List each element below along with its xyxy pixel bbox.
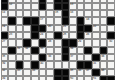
white-cell[interactable] (8, 54, 16, 61)
white-cell[interactable] (100, 17, 108, 24)
crossword-screenshot: 1234567891011121314151617181920212223242… (0, 0, 115, 80)
white-cell[interactable] (23, 69, 31, 76)
clue-number: 16 (70, 11, 73, 14)
white-cell[interactable] (100, 61, 108, 68)
white-cell[interactable] (69, 17, 77, 24)
black-cell (1, 32, 9, 39)
white-cell[interactable]: 47 (84, 69, 92, 76)
white-cell[interactable] (77, 47, 85, 54)
clue-number: 23 (9, 33, 12, 36)
white-cell[interactable] (100, 10, 108, 17)
white-cell[interactable]: 31 (16, 47, 24, 54)
white-cell[interactable]: 19 (1, 25, 9, 32)
black-cell (84, 47, 92, 54)
white-cell[interactable] (92, 10, 100, 17)
white-cell[interactable]: 44 (31, 69, 39, 76)
white-cell[interactable] (84, 10, 92, 17)
clue-number: 32 (25, 47, 28, 50)
white-cell[interactable] (54, 54, 62, 61)
black-cell (62, 10, 70, 17)
white-cell[interactable]: 33 (39, 47, 47, 54)
clue-number: 25 (63, 33, 66, 36)
clue-number: 24 (40, 33, 43, 36)
white-cell[interactable] (100, 32, 108, 39)
black-cell (8, 47, 16, 54)
black-cell (31, 32, 39, 39)
white-cell[interactable] (92, 32, 100, 39)
black-cell (84, 25, 92, 32)
white-cell[interactable] (39, 10, 47, 17)
white-cell[interactable] (107, 54, 115, 61)
white-cell[interactable] (46, 3, 54, 10)
clue-number: 22 (93, 25, 96, 28)
white-cell[interactable] (23, 61, 31, 68)
white-cell[interactable] (107, 69, 115, 76)
clue-number: 33 (40, 47, 43, 50)
white-cell[interactable] (31, 10, 39, 17)
white-cell[interactable]: 22 (92, 25, 100, 32)
white-cell[interactable] (46, 69, 54, 76)
white-cell[interactable]: 17 (39, 17, 47, 24)
white-cell[interactable] (100, 3, 108, 10)
clue-number: 21 (63, 25, 66, 28)
clue-number: 15 (55, 11, 58, 14)
white-cell[interactable] (84, 76, 92, 80)
black-cell (107, 32, 115, 39)
white-cell[interactable] (39, 76, 47, 80)
white-cell[interactable]: 41 (92, 61, 100, 68)
white-cell[interactable] (23, 3, 31, 10)
white-cell[interactable]: 29 (77, 39, 85, 46)
white-cell[interactable] (107, 10, 115, 17)
white-cell[interactable] (31, 54, 39, 61)
white-cell[interactable]: 50 (69, 76, 77, 80)
white-cell[interactable]: 26 (84, 32, 92, 39)
black-cell (39, 54, 47, 61)
clue-number: 48 (101, 69, 104, 72)
clue-number: 43 (17, 69, 20, 72)
clue-number: 35 (2, 55, 5, 58)
white-cell[interactable] (39, 69, 47, 76)
clue-number: 39 (2, 62, 5, 65)
white-cell[interactable]: 49 (1, 76, 9, 80)
white-cell[interactable] (69, 61, 77, 68)
black-cell (100, 47, 108, 54)
white-cell[interactable]: 38 (100, 54, 108, 61)
white-cell[interactable]: 34 (69, 47, 77, 54)
white-cell[interactable]: 51 (92, 76, 100, 80)
clue-number: 27 (2, 40, 5, 43)
white-cell[interactable] (23, 10, 31, 17)
white-cell[interactable] (54, 25, 62, 32)
clue-number: 28 (48, 40, 51, 43)
white-cell[interactable] (16, 54, 24, 61)
clue-number: 45 (70, 69, 73, 72)
clue-number: 37 (70, 55, 73, 58)
clue-number: 49 (2, 77, 5, 80)
white-cell[interactable] (23, 25, 31, 32)
white-cell[interactable]: 14 (1, 10, 9, 17)
white-cell[interactable]: 45 (69, 69, 77, 76)
white-cell[interactable]: 32 (23, 47, 31, 54)
clue-number: 41 (93, 62, 96, 65)
clue-number: 36 (48, 55, 51, 58)
white-cell[interactable] (92, 3, 100, 10)
clue-number: 44 (32, 69, 35, 72)
black-cell (77, 17, 85, 24)
black-cell (62, 3, 70, 10)
white-cell[interactable] (77, 54, 85, 61)
white-cell[interactable] (16, 3, 24, 10)
black-cell (62, 69, 70, 76)
white-cell[interactable]: 42 (1, 69, 9, 76)
black-cell (39, 3, 47, 10)
black-cell (92, 54, 100, 61)
white-cell[interactable]: 43 (16, 69, 24, 76)
white-cell[interactable]: 37 (69, 54, 77, 61)
clue-number: 20 (48, 25, 51, 28)
white-cell[interactable] (100, 25, 108, 32)
crossword-board: 1234567891011121314151617181920212223242… (1, 0, 115, 80)
white-cell[interactable] (77, 10, 85, 17)
white-cell[interactable] (31, 39, 39, 46)
white-cell[interactable] (46, 10, 54, 17)
white-cell[interactable] (8, 61, 16, 68)
black-cell (62, 76, 70, 80)
white-cell[interactable] (84, 3, 92, 10)
black-cell (23, 17, 31, 24)
white-cell[interactable] (84, 54, 92, 61)
black-cell (77, 61, 85, 68)
white-cell[interactable]: 28 (46, 39, 54, 46)
white-cell[interactable] (100, 39, 108, 46)
clue-number: 51 (93, 77, 96, 80)
clue-number: 46 (78, 69, 81, 72)
white-cell[interactable] (16, 32, 24, 39)
white-cell[interactable]: 13 (69, 3, 77, 10)
black-cell (31, 25, 39, 32)
clue-number: 29 (78, 40, 81, 43)
clue-number: 26 (86, 33, 89, 36)
black-cell (31, 47, 39, 54)
white-cell[interactable]: 39 (1, 61, 9, 68)
white-cell[interactable] (8, 76, 16, 80)
white-cell[interactable]: 16 (69, 10, 77, 17)
black-cell (54, 32, 62, 39)
black-cell (92, 69, 100, 76)
white-cell[interactable] (107, 47, 115, 54)
white-cell[interactable] (54, 61, 62, 68)
white-cell[interactable]: 12 (8, 3, 16, 10)
clue-number: 42 (2, 69, 5, 72)
white-cell[interactable] (62, 61, 70, 68)
white-cell[interactable]: 25 (62, 32, 70, 39)
clue-number: 47 (86, 69, 89, 72)
white-cell[interactable] (92, 39, 100, 46)
black-cell (62, 47, 70, 54)
white-cell[interactable]: 40 (39, 61, 47, 68)
clue-number: 19 (2, 25, 5, 28)
black-cell (107, 17, 115, 24)
black-cell (39, 25, 47, 32)
white-cell[interactable] (1, 47, 9, 54)
clue-number: 50 (70, 77, 73, 80)
white-cell[interactable] (107, 3, 115, 10)
clue-number: 17 (40, 18, 43, 21)
white-cell[interactable] (107, 61, 115, 68)
white-cell[interactable] (8, 69, 16, 76)
black-cell (62, 54, 70, 61)
clue-number: 18 (86, 18, 89, 21)
white-cell[interactable] (16, 76, 24, 80)
white-cell[interactable] (69, 25, 77, 32)
black-cell (16, 61, 24, 68)
white-cell[interactable] (23, 76, 31, 80)
white-cell[interactable] (46, 32, 54, 39)
white-cell[interactable] (77, 3, 85, 10)
white-cell[interactable] (92, 47, 100, 54)
white-cell[interactable]: 48 (100, 69, 108, 76)
black-cell (31, 61, 39, 68)
black-cell (54, 3, 62, 10)
white-cell[interactable] (77, 76, 85, 80)
black-cell (107, 76, 115, 80)
white-cell[interactable] (46, 47, 54, 54)
black-cell (62, 39, 70, 46)
white-cell[interactable] (84, 39, 92, 46)
black-cell (54, 76, 62, 80)
white-cell[interactable]: 46 (77, 69, 85, 76)
black-cell (100, 76, 108, 80)
black-cell (8, 17, 16, 24)
black-cell (54, 69, 62, 76)
white-cell[interactable] (46, 76, 54, 80)
clue-number: 31 (17, 47, 20, 50)
white-cell[interactable] (31, 3, 39, 10)
black-cell (84, 61, 92, 68)
white-cell[interactable]: 18 (84, 17, 92, 24)
white-cell[interactable]: 36 (46, 54, 54, 61)
white-cell[interactable] (69, 32, 77, 39)
clue-number: 38 (101, 55, 104, 58)
white-cell[interactable]: 15 (54, 10, 62, 17)
white-cell[interactable]: 20 (46, 25, 54, 32)
white-cell[interactable] (54, 39, 62, 46)
clue-number: 12 (9, 3, 12, 6)
white-cell[interactable]: 35 (1, 54, 9, 61)
clue-number: 40 (40, 62, 43, 65)
white-cell[interactable] (54, 17, 62, 24)
white-cell[interactable] (8, 39, 16, 46)
white-cell[interactable]: 30 (107, 39, 115, 46)
clue-number: 34 (70, 47, 73, 50)
clue-number: 14 (2, 11, 5, 14)
white-cell[interactable] (23, 54, 31, 61)
white-cell[interactable]: 23 (8, 32, 16, 39)
white-cell[interactable]: 27 (1, 39, 9, 46)
white-cell[interactable] (46, 61, 54, 68)
black-cell (77, 32, 85, 39)
white-cell[interactable] (8, 10, 16, 17)
black-cell (1, 3, 9, 10)
white-cell[interactable]: 21 (62, 25, 70, 32)
black-cell (77, 25, 85, 32)
white-cell[interactable] (31, 76, 39, 80)
clue-number: 13 (70, 3, 73, 6)
black-cell (31, 17, 39, 24)
white-cell[interactable] (16, 17, 24, 24)
white-cell[interactable] (107, 25, 115, 32)
white-cell[interactable] (16, 10, 24, 17)
white-cell[interactable] (16, 25, 24, 32)
clue-number: 30 (109, 40, 112, 43)
white-cell[interactable] (8, 25, 16, 32)
white-cell[interactable]: 24 (39, 32, 47, 39)
white-cell[interactable] (54, 47, 62, 54)
white-cell[interactable] (23, 32, 31, 39)
